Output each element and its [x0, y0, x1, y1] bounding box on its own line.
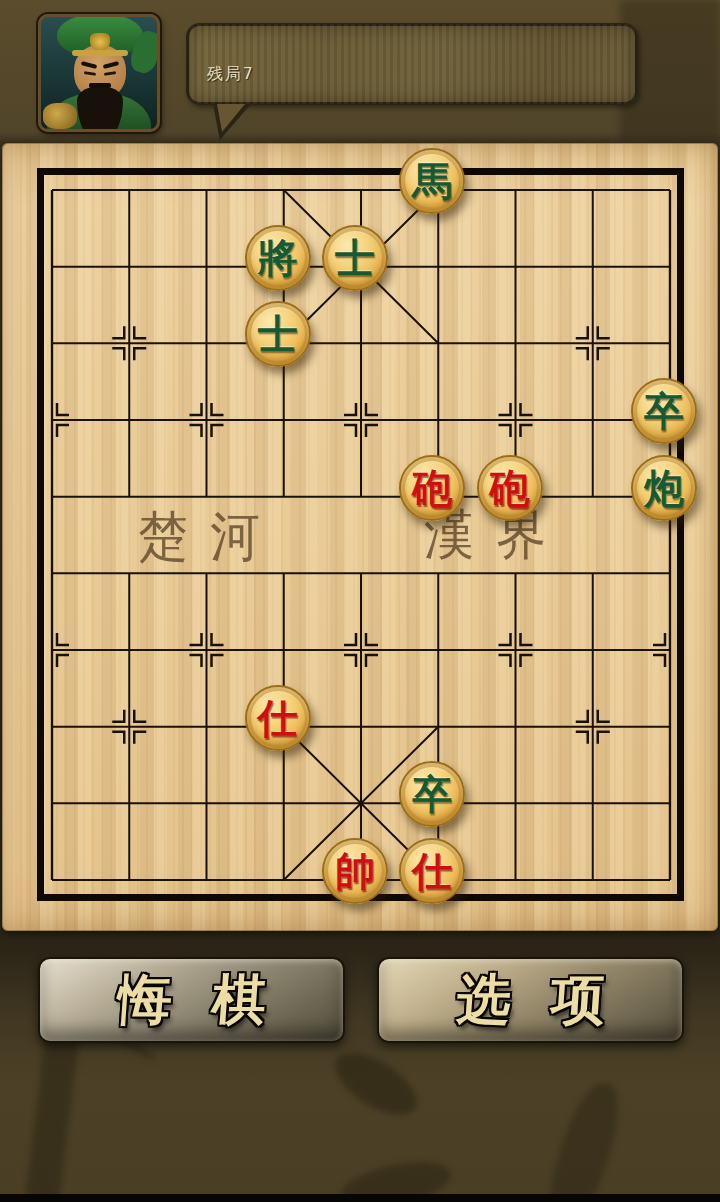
avatar-armor [43, 103, 77, 129]
piece-black-advisor-1[interactable]: 士 [322, 225, 388, 291]
undo-move-label: 悔棋 [75, 964, 308, 1037]
piece-red-cannon-2[interactable]: 砲 [477, 455, 543, 521]
board-grid[interactable]: 楚河 漢界 馬將士士卒炮砲砲仕卒帥仕 [52, 190, 670, 880]
board-panel: 楚河 漢界 馬將士士卒炮砲砲仕卒帥仕 [2, 143, 718, 931]
fish-motif-1 [325, 1041, 426, 1127]
undo-move-button[interactable]: 悔棋 [38, 957, 345, 1043]
piece-red-general[interactable]: 帥 [322, 838, 388, 904]
avatar-crown [90, 33, 110, 51]
piece-black-general[interactable]: 將 [245, 225, 311, 291]
avatar-beard [77, 87, 123, 132]
options-button[interactable]: 选项 [377, 957, 684, 1043]
piece-black-soldier-1[interactable]: 卒 [631, 378, 697, 444]
piece-black-cannon[interactable]: 炮 [631, 455, 697, 521]
app-root: 残局7 楚河 漢界 馬將士士卒炮砲砲仕卒帥仕 悔棋 选项 [0, 0, 720, 1202]
speech-bubble: 残局7 [186, 23, 638, 105]
options-label: 选项 [414, 964, 647, 1037]
piece-red-advisor-1[interactable]: 仕 [245, 685, 311, 751]
piece-black-horse[interactable]: 馬 [399, 148, 465, 214]
piece-black-advisor-2[interactable]: 士 [245, 301, 311, 367]
fish-motif-3 [538, 1076, 630, 1202]
river-label-chu: 楚河 [138, 501, 282, 573]
puzzle-title: 残局7 [207, 64, 255, 85]
piece-red-cannon-1[interactable]: 砲 [399, 455, 465, 521]
avatar-headband [72, 50, 128, 56]
bottom-edge [0, 1194, 720, 1202]
avatar [38, 14, 160, 132]
piece-red-advisor-2[interactable]: 仕 [399, 838, 465, 904]
